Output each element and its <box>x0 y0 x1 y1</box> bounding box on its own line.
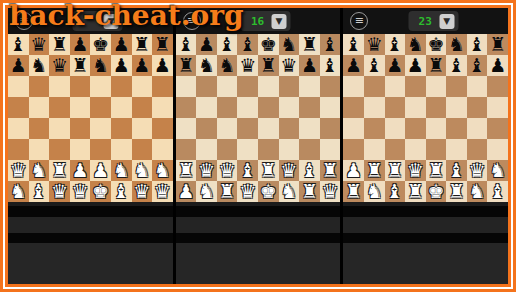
board-square[interactable] <box>8 118 29 139</box>
black-knight[interactable]: ♞ <box>280 34 297 55</box>
board-square[interactable]: ♜ <box>426 160 447 181</box>
board-square[interactable]: ♟ <box>405 55 426 76</box>
white-queen[interactable]: ♛ <box>280 160 297 181</box>
chevron-down-icon[interactable]: ▼ <box>104 14 119 29</box>
black-king[interactable]: ♚ <box>260 34 277 55</box>
board-square[interactable]: ♛ <box>29 34 50 55</box>
board-square[interactable] <box>258 118 279 139</box>
black-bishop[interactable]: ♝ <box>448 55 465 76</box>
white-knight[interactable]: ♞ <box>30 160 47 181</box>
board-square[interactable] <box>8 139 29 160</box>
board-square[interactable]: ♜ <box>299 34 320 55</box>
white-rook[interactable]: ♜ <box>301 181 318 202</box>
white-rook[interactable]: ♜ <box>177 160 194 181</box>
board-square[interactable] <box>132 139 153 160</box>
board-square[interactable]: ♛ <box>132 181 153 202</box>
board-square[interactable] <box>343 118 364 139</box>
board-square[interactable]: ♜ <box>176 160 197 181</box>
board-square[interactable] <box>279 118 300 139</box>
board-square[interactable]: ♝ <box>385 181 406 202</box>
board-square[interactable] <box>299 139 320 160</box>
board-square[interactable] <box>237 118 258 139</box>
board-square[interactable]: ♞ <box>405 34 426 55</box>
board-square[interactable] <box>111 139 132 160</box>
black-rook[interactable]: ♜ <box>154 34 171 55</box>
board-square[interactable]: ♜ <box>446 181 467 202</box>
white-knight[interactable]: ♞ <box>280 181 297 202</box>
board-square[interactable]: ♛ <box>320 181 341 202</box>
board-square[interactable]: ♞ <box>8 181 29 202</box>
board-square[interactable] <box>446 118 467 139</box>
black-pawn[interactable]: ♟ <box>154 55 171 76</box>
board-square[interactable] <box>217 139 238 160</box>
board-square[interactable] <box>385 139 406 160</box>
black-pawn[interactable]: ♟ <box>489 55 506 76</box>
white-bishop[interactable]: ♝ <box>448 160 465 181</box>
board-square[interactable] <box>176 76 197 97</box>
white-queen[interactable]: ♛ <box>133 181 150 202</box>
black-rook[interactable]: ♜ <box>72 55 89 76</box>
board-square[interactable] <box>176 97 197 118</box>
board-square[interactable] <box>152 139 173 160</box>
board-square[interactable]: ♜ <box>258 160 279 181</box>
board-square[interactable]: ♜ <box>70 55 91 76</box>
board-square[interactable] <box>299 118 320 139</box>
black-queen[interactable]: ♛ <box>366 34 383 55</box>
board-square[interactable] <box>320 76 341 97</box>
board-square[interactable]: ♟ <box>385 55 406 76</box>
board-square[interactable] <box>364 139 385 160</box>
board-square[interactable] <box>237 76 258 97</box>
black-rook[interactable]: ♜ <box>133 34 150 55</box>
white-rook[interactable]: ♜ <box>427 160 444 181</box>
board-square[interactable] <box>405 139 426 160</box>
board-square[interactable] <box>132 76 153 97</box>
board-square[interactable]: ♝ <box>299 160 320 181</box>
board-square[interactable]: ♜ <box>487 34 508 55</box>
white-bishop[interactable]: ♝ <box>30 181 47 202</box>
black-pawn[interactable]: ♟ <box>72 34 89 55</box>
board-square[interactable] <box>90 139 111 160</box>
board-square[interactable] <box>467 139 488 160</box>
white-bishop[interactable]: ♝ <box>386 181 403 202</box>
white-queen[interactable]: ♛ <box>322 181 339 202</box>
board-square[interactable] <box>405 76 426 97</box>
white-knight[interactable]: ♞ <box>113 160 130 181</box>
board-square[interactable] <box>49 118 70 139</box>
black-rook[interactable]: ♜ <box>489 34 506 55</box>
black-knight[interactable]: ♞ <box>30 55 47 76</box>
board-square[interactable]: ♜ <box>49 160 70 181</box>
board-square[interactable] <box>70 139 91 160</box>
board-square[interactable] <box>446 76 467 97</box>
board-square[interactable] <box>90 118 111 139</box>
board-square[interactable]: ♛ <box>405 160 426 181</box>
board-square[interactable]: ♝ <box>446 160 467 181</box>
black-pawn[interactable]: ♟ <box>386 55 403 76</box>
hamburger-menu-icon[interactable]: ≡ <box>350 12 368 30</box>
white-rook[interactable]: ♜ <box>322 160 339 181</box>
board-square[interactable] <box>487 76 508 97</box>
black-bishop[interactable]: ♝ <box>177 34 194 55</box>
board-square[interactable]: ♝ <box>343 34 364 55</box>
board-square[interactable] <box>446 97 467 118</box>
board-square[interactable]: ♛ <box>49 181 70 202</box>
board-square[interactable] <box>343 97 364 118</box>
hamburger-menu-icon[interactable]: ≡ <box>15 12 33 30</box>
hamburger-menu-icon[interactable]: ≡ <box>183 12 201 30</box>
black-pawn[interactable]: ♟ <box>301 55 318 76</box>
board-square[interactable]: ♚ <box>426 34 447 55</box>
board-square[interactable]: ♝ <box>385 34 406 55</box>
board-square[interactable]: ♝ <box>364 55 385 76</box>
board-square[interactable]: ♛ <box>152 181 173 202</box>
board-square[interactable]: ♛ <box>364 34 385 55</box>
black-queen[interactable]: ♛ <box>239 55 256 76</box>
white-rook[interactable]: ♜ <box>448 181 465 202</box>
board-square[interactable] <box>279 97 300 118</box>
board-square[interactable]: ♞ <box>132 160 153 181</box>
board-square[interactable] <box>70 76 91 97</box>
white-rook[interactable]: ♜ <box>51 160 68 181</box>
black-knight[interactable]: ♞ <box>198 55 215 76</box>
board-square[interactable]: ♝ <box>176 34 197 55</box>
board-square[interactable] <box>111 118 132 139</box>
board-square[interactable] <box>258 139 279 160</box>
black-queen[interactable]: ♛ <box>51 55 68 76</box>
black-bishop[interactable]: ♝ <box>366 55 383 76</box>
white-queen[interactable]: ♛ <box>154 181 171 202</box>
white-queen[interactable]: ♛ <box>219 160 236 181</box>
black-knight[interactable]: ♞ <box>448 34 465 55</box>
board-square[interactable] <box>196 118 217 139</box>
move-number-dropdown[interactable]: 23 ▼ <box>408 11 458 31</box>
board-square[interactable]: ♝ <box>467 55 488 76</box>
white-knight[interactable]: ♞ <box>366 181 383 202</box>
board-square[interactable]: ♞ <box>279 34 300 55</box>
black-bishop[interactable]: ♝ <box>386 34 403 55</box>
board-square[interactable]: ♚ <box>426 181 447 202</box>
board-square[interactable]: ♛ <box>196 160 217 181</box>
black-rook[interactable]: ♜ <box>260 55 277 76</box>
chevron-down-icon[interactable]: ▼ <box>439 14 454 29</box>
white-king[interactable]: ♚ <box>92 181 109 202</box>
board-square[interactable] <box>467 97 488 118</box>
board-square[interactable] <box>217 76 238 97</box>
board-square[interactable]: ♜ <box>152 34 173 55</box>
board-square[interactable]: ♜ <box>132 34 153 55</box>
black-pawn[interactable]: ♟ <box>10 55 27 76</box>
board-square[interactable] <box>29 139 50 160</box>
board-square[interactable] <box>487 97 508 118</box>
board-square[interactable]: ♛ <box>279 55 300 76</box>
board-square[interactable] <box>258 76 279 97</box>
board-square[interactable]: ♝ <box>320 55 341 76</box>
black-knight[interactable]: ♞ <box>219 55 236 76</box>
board-square[interactable] <box>385 76 406 97</box>
board-square[interactable]: ♜ <box>426 55 447 76</box>
black-pawn[interactable]: ♟ <box>113 55 130 76</box>
board-square[interactable]: ♛ <box>8 160 29 181</box>
board-square[interactable] <box>279 76 300 97</box>
white-rook[interactable]: ♜ <box>345 181 362 202</box>
board-square[interactable]: ♞ <box>487 160 508 181</box>
black-bishop[interactable]: ♝ <box>322 55 339 76</box>
black-king[interactable]: ♚ <box>92 34 109 55</box>
board-square[interactable] <box>405 118 426 139</box>
board-square[interactable]: ♜ <box>299 181 320 202</box>
board-square[interactable] <box>426 76 447 97</box>
board-square[interactable] <box>29 97 50 118</box>
board-square[interactable] <box>132 97 153 118</box>
board-square[interactable] <box>217 97 238 118</box>
black-rook[interactable]: ♜ <box>427 55 444 76</box>
black-bishop[interactable]: ♝ <box>345 34 362 55</box>
white-pawn[interactable]: ♟ <box>72 160 89 181</box>
board-square[interactable] <box>364 97 385 118</box>
board-square[interactable]: ♜ <box>385 160 406 181</box>
black-queen[interactable]: ♛ <box>30 34 47 55</box>
board-square[interactable]: ♜ <box>343 181 364 202</box>
board-square[interactable]: ♟ <box>70 160 91 181</box>
board-square[interactable] <box>237 97 258 118</box>
white-knight[interactable]: ♞ <box>469 181 486 202</box>
board-square[interactable] <box>385 97 406 118</box>
board-square[interactable]: ♝ <box>320 34 341 55</box>
black-bishop[interactable]: ♝ <box>239 34 256 55</box>
board-square[interactable] <box>237 139 258 160</box>
black-bishop[interactable]: ♝ <box>219 34 236 55</box>
white-king[interactable]: ♚ <box>427 181 444 202</box>
white-queen[interactable]: ♛ <box>407 160 424 181</box>
black-queen[interactable]: ♛ <box>280 55 297 76</box>
black-rook[interactable]: ♜ <box>301 34 318 55</box>
move-number-dropdown[interactable]: 16 ▼ <box>241 11 291 31</box>
board-square[interactable]: ♟ <box>487 55 508 76</box>
board-square[interactable]: ♛ <box>237 181 258 202</box>
board-square[interactable]: ♞ <box>29 55 50 76</box>
board-square[interactable]: ♝ <box>237 34 258 55</box>
board-square[interactable]: ♛ <box>237 55 258 76</box>
board-square[interactable]: ♚ <box>258 181 279 202</box>
white-pawn[interactable]: ♟ <box>177 181 194 202</box>
board-square[interactable]: ♝ <box>237 160 258 181</box>
board-square[interactable]: ♜ <box>320 160 341 181</box>
board-square[interactable]: ♝ <box>487 181 508 202</box>
white-knight[interactable]: ♞ <box>133 160 150 181</box>
board-square[interactable] <box>364 118 385 139</box>
board-square[interactable]: ♞ <box>152 160 173 181</box>
chevron-down-icon[interactable]: ▼ <box>272 14 287 29</box>
board-square[interactable] <box>364 76 385 97</box>
board-square[interactable]: ♟ <box>176 181 197 202</box>
board-square[interactable] <box>111 97 132 118</box>
black-bishop[interactable]: ♝ <box>322 34 339 55</box>
black-knight[interactable]: ♞ <box>92 55 109 76</box>
white-knight[interactable]: ♞ <box>489 160 506 181</box>
board-square[interactable] <box>487 139 508 160</box>
board-square[interactable] <box>426 97 447 118</box>
black-pawn[interactable]: ♟ <box>407 55 424 76</box>
board-square[interactable] <box>196 76 217 97</box>
board-square[interactable]: ♛ <box>217 160 238 181</box>
white-bishop[interactable]: ♝ <box>113 181 130 202</box>
board-square[interactable]: ♝ <box>8 34 29 55</box>
board-square[interactable]: ♜ <box>217 181 238 202</box>
board-square[interactable] <box>132 118 153 139</box>
board-square[interactable]: ♞ <box>217 55 238 76</box>
white-pawn[interactable]: ♟ <box>345 160 362 181</box>
board-square[interactable]: ♛ <box>49 55 70 76</box>
board-square[interactable]: ♟ <box>343 160 364 181</box>
board-square[interactable] <box>320 118 341 139</box>
black-bishop[interactable]: ♝ <box>469 34 486 55</box>
board-square[interactable] <box>196 97 217 118</box>
white-bishop[interactable]: ♝ <box>489 181 506 202</box>
board-square[interactable] <box>29 118 50 139</box>
board-square[interactable] <box>111 76 132 97</box>
board-square[interactable]: ♞ <box>196 181 217 202</box>
white-knight[interactable]: ♞ <box>198 181 215 202</box>
board-square[interactable] <box>152 118 173 139</box>
board-square[interactable] <box>176 139 197 160</box>
board-square[interactable] <box>70 118 91 139</box>
board-square[interactable] <box>343 139 364 160</box>
board-square[interactable] <box>8 97 29 118</box>
board-square[interactable]: ♜ <box>176 55 197 76</box>
board-square[interactable] <box>152 76 173 97</box>
white-rook[interactable]: ♜ <box>366 160 383 181</box>
board-square[interactable]: ♟ <box>152 55 173 76</box>
white-rook[interactable]: ♜ <box>260 160 277 181</box>
board-square[interactable] <box>176 118 197 139</box>
board-square[interactable] <box>258 97 279 118</box>
black-bishop[interactable]: ♝ <box>10 34 27 55</box>
board-square[interactable]: ♞ <box>90 55 111 76</box>
white-pawn[interactable]: ♟ <box>92 160 109 181</box>
board-square[interactable] <box>426 118 447 139</box>
board-square[interactable] <box>49 139 70 160</box>
board-square[interactable] <box>8 76 29 97</box>
board-square[interactable]: ♟ <box>70 34 91 55</box>
board-square[interactable]: ♟ <box>132 55 153 76</box>
white-bishop[interactable]: ♝ <box>301 160 318 181</box>
white-queen[interactable]: ♛ <box>10 160 27 181</box>
board-square[interactable]: ♞ <box>111 160 132 181</box>
board-square[interactable]: ♜ <box>364 160 385 181</box>
board-square[interactable]: ♚ <box>90 34 111 55</box>
board-square[interactable]: ♛ <box>70 181 91 202</box>
board-square[interactable]: ♞ <box>196 55 217 76</box>
board-square[interactable] <box>320 97 341 118</box>
board-square[interactable]: ♟ <box>299 55 320 76</box>
board-square[interactable]: ♜ <box>405 181 426 202</box>
white-knight[interactable]: ♞ <box>10 181 27 202</box>
white-queen[interactable]: ♛ <box>51 181 68 202</box>
white-queen[interactable]: ♛ <box>72 181 89 202</box>
white-knight[interactable]: ♞ <box>154 160 171 181</box>
board-square[interactable]: ♞ <box>279 181 300 202</box>
chess-board[interactable]: ♝♟♝♝♚♞♜♝♜♞♞♛♜♛♟♝♜♛♛♝♜♛♝♜♟♞♜♛♚♞♜♛ <box>176 34 341 202</box>
white-queen[interactable]: ♛ <box>469 160 486 181</box>
board-square[interactable]: ♟ <box>111 55 132 76</box>
board-square[interactable]: ♝ <box>111 181 132 202</box>
black-bishop[interactable]: ♝ <box>469 55 486 76</box>
black-pawn[interactable]: ♟ <box>113 34 130 55</box>
board-square[interactable] <box>320 139 341 160</box>
board-square[interactable] <box>49 97 70 118</box>
board-square[interactable] <box>426 139 447 160</box>
white-queen[interactable]: ♛ <box>239 181 256 202</box>
white-king[interactable]: ♚ <box>260 181 277 202</box>
board-square[interactable]: ♟ <box>196 34 217 55</box>
board-square[interactable] <box>299 97 320 118</box>
chess-board[interactable]: ♝♛♜♟♚♟♜♜♟♞♛♜♞♟♟♟♛♞♜♟♟♞♞♞♞♝♛♛♚♝♛♛ <box>8 34 173 202</box>
white-rook[interactable]: ♜ <box>407 181 424 202</box>
board-square[interactable]: ♛ <box>467 160 488 181</box>
black-king[interactable]: ♚ <box>427 34 444 55</box>
board-square[interactable] <box>385 118 406 139</box>
board-square[interactable] <box>152 97 173 118</box>
board-square[interactable] <box>279 139 300 160</box>
board-square[interactable]: ♚ <box>90 181 111 202</box>
black-rook[interactable]: ♜ <box>177 55 194 76</box>
chess-board[interactable]: ♝♛♝♞♚♞♝♜♟♝♟♟♜♝♝♟♟♜♜♛♜♝♛♞♜♞♝♜♚♜♞♝ <box>343 34 508 202</box>
board-square[interactable]: ♝ <box>467 34 488 55</box>
board-square[interactable] <box>49 76 70 97</box>
board-square[interactable]: ♞ <box>364 181 385 202</box>
board-square[interactable] <box>90 76 111 97</box>
white-rook[interactable]: ♜ <box>219 181 236 202</box>
board-square[interactable]: ♚ <box>258 34 279 55</box>
board-square[interactable] <box>196 139 217 160</box>
white-rook[interactable]: ♜ <box>386 160 403 181</box>
board-square[interactable]: ♞ <box>467 181 488 202</box>
board-square[interactable]: ♜ <box>258 55 279 76</box>
black-rook[interactable]: ♜ <box>51 34 68 55</box>
board-square[interactable]: ♝ <box>217 34 238 55</box>
board-square[interactable]: ♝ <box>29 181 50 202</box>
black-pawn[interactable]: ♟ <box>133 55 150 76</box>
white-queen[interactable]: ♛ <box>198 160 215 181</box>
board-square[interactable] <box>90 97 111 118</box>
board-square[interactable] <box>299 76 320 97</box>
board-square[interactable]: ♛ <box>279 160 300 181</box>
board-square[interactable]: ♝ <box>446 55 467 76</box>
board-square[interactable] <box>467 118 488 139</box>
board-square[interactable]: ♜ <box>49 34 70 55</box>
board-square[interactable] <box>70 97 91 118</box>
black-pawn[interactable]: ♟ <box>345 55 362 76</box>
move-number-dropdown[interactable]: ▼ <box>73 11 123 31</box>
board-square[interactable] <box>343 76 364 97</box>
white-bishop[interactable]: ♝ <box>239 160 256 181</box>
board-square[interactable] <box>487 118 508 139</box>
black-knight[interactable]: ♞ <box>407 34 424 55</box>
board-square[interactable] <box>29 76 50 97</box>
board-square[interactable]: ♞ <box>446 34 467 55</box>
board-square[interactable]: ♟ <box>111 34 132 55</box>
board-square[interactable] <box>446 139 467 160</box>
board-square[interactable]: ♞ <box>29 160 50 181</box>
board-square[interactable]: ♟ <box>90 160 111 181</box>
board-square[interactable]: ♟ <box>8 55 29 76</box>
black-pawn[interactable]: ♟ <box>198 34 215 55</box>
board-square[interactable] <box>467 76 488 97</box>
board-square[interactable]: ♟ <box>343 55 364 76</box>
board-square[interactable] <box>217 118 238 139</box>
board-square[interactable] <box>405 97 426 118</box>
